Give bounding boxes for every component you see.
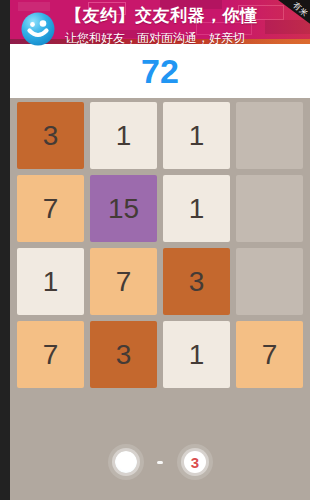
empty-cell-r3c4 [236, 248, 303, 315]
puzzle-grid[interactable]: 31171511737317 [17, 102, 303, 388]
tile-r4c3-1: 1 [163, 321, 230, 388]
ad-network-badge: 有米 [272, 0, 310, 28]
score-value: 72 [141, 52, 179, 91]
ad-network-badge-label: 有米 [290, 0, 310, 19]
score-bar: 72 [10, 44, 310, 98]
banner-pattern [265, 20, 310, 34]
bottom-controls: 3 [10, 451, 310, 475]
tile-r1c2-1: 1 [90, 102, 157, 169]
next-tile-value: 3 [191, 454, 199, 471]
phone-screen: 【友约】交友利器，你懂 让您和好友，面对面沟通，好亲切 有米 72 [10, 0, 310, 500]
dash-separator-icon [157, 461, 163, 464]
tile-r1c1-3: 3 [17, 102, 84, 169]
ad-title: 【友约】交友利器，你懂 [65, 4, 258, 27]
empty-cell-r1c4 [236, 102, 303, 169]
next-tile-button[interactable]: 3 [184, 451, 206, 473]
tile-r4c2-3: 3 [90, 321, 157, 388]
tile-r2c1-7: 7 [17, 175, 84, 242]
new-tile-button[interactable] [115, 451, 137, 473]
tile-r1c3-1: 1 [163, 102, 230, 169]
tile-r3c2-7: 7 [90, 248, 157, 315]
ad-subtitle: 让您和好友，面对面沟通，好亲切 [65, 30, 258, 44]
empty-cell-r2c4 [236, 175, 303, 242]
ad-banner[interactable]: 【友约】交友利器，你懂 让您和好友，面对面沟通，好亲切 有米 [10, 0, 310, 44]
tile-r2c3-1: 1 [163, 175, 230, 242]
tile-r4c4-7: 7 [236, 321, 303, 388]
tile-r2c2-15: 15 [90, 175, 157, 242]
tile-r3c3-3: 3 [163, 248, 230, 315]
smiley-logo-icon [21, 12, 55, 46]
game-board: 31171511737317 3 [10, 98, 310, 500]
tile-r3c1-1: 1 [17, 248, 84, 315]
banner-pattern [18, 2, 50, 11]
tile-r4c1-7: 7 [17, 321, 84, 388]
